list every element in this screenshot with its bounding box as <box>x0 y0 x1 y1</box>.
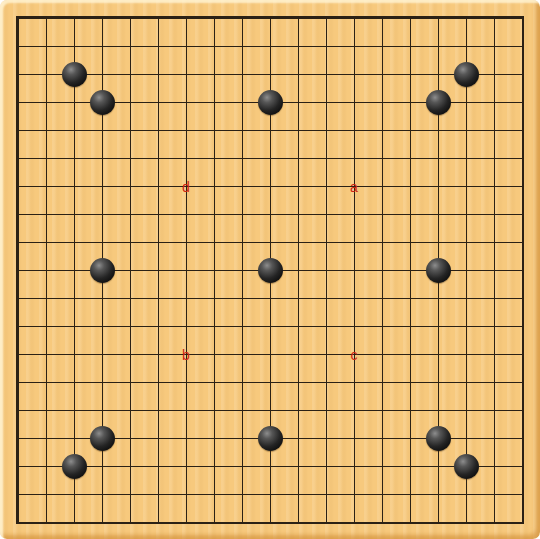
point-label-a[interactable]: a <box>350 180 358 194</box>
point-label-b[interactable]: b <box>182 348 190 362</box>
black-stone-R17 <box>454 62 479 87</box>
point-label-c[interactable]: c <box>351 348 358 362</box>
black-stone-Q16 <box>426 90 451 115</box>
black-stone-C17 <box>62 62 87 87</box>
go-board: abcd <box>0 0 540 539</box>
black-stone-R3 <box>454 454 479 479</box>
black-stone-Q10 <box>426 258 451 283</box>
black-stone-D16 <box>90 90 115 115</box>
black-stone-D10 <box>90 258 115 283</box>
black-stone-Q4 <box>426 426 451 451</box>
black-stone-K10 <box>258 258 283 283</box>
point-label-d[interactable]: d <box>182 180 190 194</box>
black-stone-K4 <box>258 426 283 451</box>
black-stone-K16 <box>258 90 283 115</box>
black-stone-D4 <box>90 426 115 451</box>
board-grid[interactable]: abcd <box>16 16 524 524</box>
black-stone-C3 <box>62 454 87 479</box>
